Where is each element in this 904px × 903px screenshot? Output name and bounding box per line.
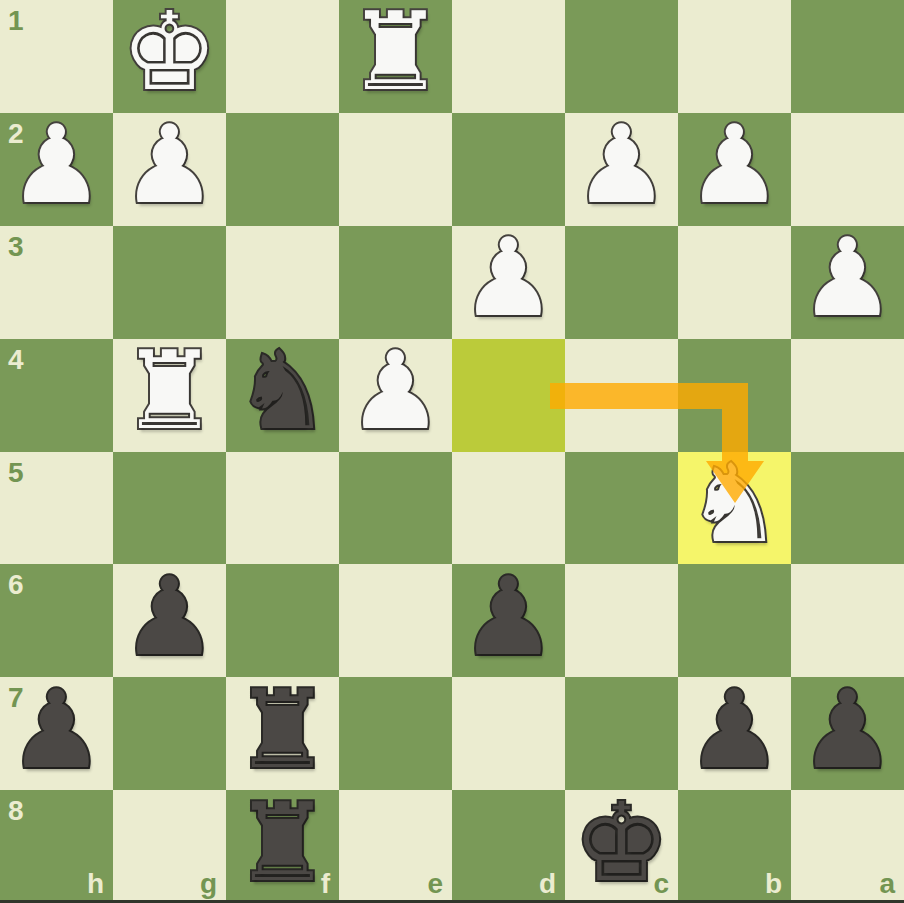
square-h1[interactable]: 1 — [0, 0, 113, 113]
rank-label-1: 1 — [8, 7, 24, 35]
square-g8[interactable]: g — [113, 790, 226, 903]
square-e3[interactable] — [339, 226, 452, 339]
square-c1[interactable] — [565, 0, 678, 113]
square-c7[interactable] — [565, 677, 678, 790]
piece-black-rook[interactable]: ♜ — [234, 676, 331, 784]
square-f3[interactable] — [226, 226, 339, 339]
square-b3[interactable] — [678, 226, 791, 339]
square-g7[interactable] — [113, 677, 226, 790]
chess-board: 1♚♜2♟♟♟♟3♟♟4♜♞♟5♞6♟♟7♟♜♟♟8hgf♜edc♚ba — [0, 0, 904, 903]
rank-label-6: 6 — [8, 571, 24, 599]
square-h3[interactable]: 3 — [0, 226, 113, 339]
file-label-d: d — [539, 870, 556, 898]
square-c8[interactable]: c♚ — [565, 790, 678, 903]
file-label-b: b — [765, 870, 782, 898]
piece-white-rook[interactable]: ♜ — [347, 0, 444, 106]
file-label-g: g — [200, 870, 217, 898]
rank-label-4: 4 — [8, 346, 24, 374]
piece-black-king[interactable]: ♚ — [573, 789, 670, 897]
square-b8[interactable]: b — [678, 790, 791, 903]
square-b6[interactable] — [678, 564, 791, 677]
piece-white-pawn[interactable]: ♟ — [686, 111, 783, 219]
square-c2[interactable]: ♟ — [565, 113, 678, 226]
piece-black-pawn[interactable]: ♟ — [8, 676, 105, 784]
piece-black-pawn[interactable]: ♟ — [121, 563, 218, 671]
square-c5[interactable] — [565, 452, 678, 565]
square-g6[interactable]: ♟ — [113, 564, 226, 677]
square-e1[interactable]: ♜ — [339, 0, 452, 113]
square-e4[interactable]: ♟ — [339, 339, 452, 452]
square-d7[interactable] — [452, 677, 565, 790]
square-a6[interactable] — [791, 564, 904, 677]
square-d5[interactable] — [452, 452, 565, 565]
square-e2[interactable] — [339, 113, 452, 226]
rank-label-5: 5 — [8, 459, 24, 487]
square-d4[interactable] — [452, 339, 565, 452]
piece-black-rook[interactable]: ♜ — [234, 789, 331, 897]
square-g4[interactable]: ♜ — [113, 339, 226, 452]
square-d3[interactable]: ♟ — [452, 226, 565, 339]
piece-white-rook[interactable]: ♜ — [121, 337, 218, 445]
square-f6[interactable] — [226, 564, 339, 677]
piece-black-pawn[interactable]: ♟ — [460, 563, 557, 671]
square-h5[interactable]: 5 — [0, 452, 113, 565]
piece-black-pawn[interactable]: ♟ — [799, 676, 896, 784]
piece-white-pawn[interactable]: ♟ — [799, 224, 896, 332]
square-a1[interactable] — [791, 0, 904, 113]
file-label-h: h — [87, 870, 104, 898]
square-d6[interactable]: ♟ — [452, 564, 565, 677]
square-e8[interactable]: e — [339, 790, 452, 903]
piece-white-knight[interactable]: ♞ — [686, 450, 783, 558]
piece-black-knight[interactable]: ♞ — [234, 337, 331, 445]
square-a8[interactable]: a — [791, 790, 904, 903]
square-f7[interactable]: ♜ — [226, 677, 339, 790]
square-a4[interactable] — [791, 339, 904, 452]
board-cells: 1♚♜2♟♟♟♟3♟♟4♜♞♟5♞6♟♟7♟♜♟♟8hgf♜edc♚ba — [0, 0, 904, 903]
square-a3[interactable]: ♟ — [791, 226, 904, 339]
piece-white-pawn[interactable]: ♟ — [573, 111, 670, 219]
square-g1[interactable]: ♚ — [113, 0, 226, 113]
square-h7[interactable]: 7♟ — [0, 677, 113, 790]
square-h2[interactable]: 2♟ — [0, 113, 113, 226]
square-d8[interactable]: d — [452, 790, 565, 903]
square-c3[interactable] — [565, 226, 678, 339]
square-c4[interactable] — [565, 339, 678, 452]
square-b2[interactable]: ♟ — [678, 113, 791, 226]
square-g3[interactable] — [113, 226, 226, 339]
square-f2[interactable] — [226, 113, 339, 226]
piece-black-pawn[interactable]: ♟ — [686, 676, 783, 784]
piece-white-king[interactable]: ♚ — [121, 0, 218, 106]
square-h6[interactable]: 6 — [0, 564, 113, 677]
square-e7[interactable] — [339, 677, 452, 790]
square-d2[interactable] — [452, 113, 565, 226]
square-b1[interactable] — [678, 0, 791, 113]
file-label-a: a — [879, 870, 895, 898]
square-a7[interactable]: ♟ — [791, 677, 904, 790]
piece-white-pawn[interactable]: ♟ — [8, 111, 105, 219]
piece-white-pawn[interactable]: ♟ — [347, 337, 444, 445]
square-h8[interactable]: 8h — [0, 790, 113, 903]
square-b4[interactable] — [678, 339, 791, 452]
square-g5[interactable] — [113, 452, 226, 565]
rank-label-8: 8 — [8, 797, 24, 825]
square-f5[interactable] — [226, 452, 339, 565]
square-c6[interactable] — [565, 564, 678, 677]
square-f1[interactable] — [226, 0, 339, 113]
square-b7[interactable]: ♟ — [678, 677, 791, 790]
piece-white-pawn[interactable]: ♟ — [460, 224, 557, 332]
square-a2[interactable] — [791, 113, 904, 226]
rank-label-3: 3 — [8, 233, 24, 261]
square-e6[interactable] — [339, 564, 452, 677]
file-label-e: e — [427, 870, 443, 898]
piece-white-pawn[interactable]: ♟ — [121, 111, 218, 219]
square-f4[interactable]: ♞ — [226, 339, 339, 452]
square-d1[interactable] — [452, 0, 565, 113]
square-e5[interactable] — [339, 452, 452, 565]
square-f8[interactable]: f♜ — [226, 790, 339, 903]
square-h4[interactable]: 4 — [0, 339, 113, 452]
square-a5[interactable] — [791, 452, 904, 565]
square-g2[interactable]: ♟ — [113, 113, 226, 226]
square-b5[interactable]: ♞ — [678, 452, 791, 565]
